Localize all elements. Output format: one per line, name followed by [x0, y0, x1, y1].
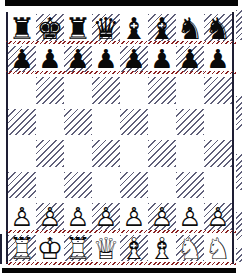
square-b1[interactable] [36, 233, 64, 265]
square-e3[interactable] [120, 170, 148, 202]
square-a8[interactable]: ♜ [8, 12, 36, 44]
square-h6[interactable] [204, 75, 232, 107]
square-f8[interactable]: ♝ [148, 12, 176, 44]
board-frame: ♜♚♜♛♝♝♞♞♟♟♟♟♟♟♟♟ [6, 12, 234, 264]
square-f7[interactable]: ♟ [148, 44, 176, 76]
piece-black-pawn: ♟ [176, 44, 204, 76]
square-d5[interactable] [92, 107, 120, 139]
chess-board: ♜♚♜♛♝♝♞♞♟♟♟♟♟♟♟♟ [8, 12, 232, 264]
square-d7[interactable]: ♟ [92, 44, 120, 76]
square-f6[interactable] [148, 75, 176, 107]
square-c8[interactable]: ♜ [64, 12, 92, 44]
square-g7[interactable]: ♟ [176, 44, 204, 76]
piece-black-queen: ♛ [92, 12, 120, 44]
piece-black-pawn: ♟ [8, 44, 36, 76]
square-f2[interactable] [148, 201, 176, 233]
square-e2[interactable] [120, 201, 148, 233]
bottom-border-bar [2, 268, 236, 273]
square-g6[interactable] [176, 75, 204, 107]
piece-white-pawn [176, 201, 204, 233]
piece-white-knight [176, 233, 204, 265]
piece-black-king: ♚ [36, 12, 64, 44]
square-c2[interactable] [64, 201, 92, 233]
square-b3[interactable] [36, 170, 64, 202]
square-g1[interactable] [176, 233, 204, 265]
square-c7[interactable]: ♟ [64, 44, 92, 76]
square-a3[interactable] [8, 170, 36, 202]
square-d8[interactable]: ♛ [92, 12, 120, 44]
piece-white-pawn [92, 201, 120, 233]
scan-bleed-artifact [236, 10, 242, 40]
square-f1[interactable] [148, 233, 176, 265]
chess-diagram-page: ♜♚♜♛♝♝♞♞♟♟♟♟♟♟♟♟ [0, 0, 242, 276]
square-a5[interactable] [8, 107, 36, 139]
square-h4[interactable] [204, 138, 232, 170]
piece-black-bishop: ♝ [148, 12, 176, 44]
piece-white-pawn [204, 201, 232, 233]
piece-black-pawn: ♟ [204, 44, 232, 76]
scan-bleed-artifact [236, 212, 242, 240]
piece-white-rook [8, 233, 36, 265]
piece-white-rook [64, 233, 92, 265]
piece-white-pawn [148, 201, 176, 233]
scan-bleed-artifact [236, 96, 242, 130]
square-d1[interactable] [92, 233, 120, 265]
square-h3[interactable] [204, 170, 232, 202]
square-e8[interactable]: ♝ [120, 12, 148, 44]
piece-black-rook: ♜ [8, 12, 36, 44]
square-d6[interactable] [92, 75, 120, 107]
square-b7[interactable]: ♟ [36, 44, 64, 76]
square-c4[interactable] [64, 138, 92, 170]
piece-black-bishop: ♝ [120, 12, 148, 44]
piece-black-knight: ♞ [204, 12, 232, 44]
piece-white-pawn [120, 201, 148, 233]
square-h2[interactable] [204, 201, 232, 233]
square-d4[interactable] [92, 138, 120, 170]
scan-bleed-artifact [236, 154, 242, 190]
piece-black-pawn: ♟ [64, 44, 92, 76]
square-e4[interactable] [120, 138, 148, 170]
square-g3[interactable] [176, 170, 204, 202]
square-c1[interactable] [64, 233, 92, 265]
square-g8[interactable]: ♞ [176, 12, 204, 44]
piece-white-knight [204, 233, 232, 265]
square-h5[interactable] [204, 107, 232, 139]
piece-black-pawn: ♟ [92, 44, 120, 76]
square-a6[interactable] [8, 75, 36, 107]
square-f4[interactable] [148, 138, 176, 170]
square-h1[interactable] [204, 233, 232, 265]
piece-black-knight: ♞ [176, 12, 204, 44]
square-c5[interactable] [64, 107, 92, 139]
square-e7[interactable]: ♟ [120, 44, 148, 76]
square-f3[interactable] [148, 170, 176, 202]
square-b6[interactable] [36, 75, 64, 107]
square-h8[interactable]: ♞ [204, 12, 232, 44]
square-b2[interactable] [36, 201, 64, 233]
square-c3[interactable] [64, 170, 92, 202]
square-d3[interactable] [92, 170, 120, 202]
square-a1[interactable] [8, 233, 36, 265]
square-h7[interactable]: ♟ [204, 44, 232, 76]
square-d2[interactable] [92, 201, 120, 233]
square-c6[interactable] [64, 75, 92, 107]
square-g4[interactable] [176, 138, 204, 170]
square-g2[interactable] [176, 201, 204, 233]
piece-black-rook: ♜ [64, 12, 92, 44]
page-edge-artifact [0, 234, 2, 264]
top-border-bar [5, 0, 238, 6]
piece-white-pawn [64, 201, 92, 233]
square-b4[interactable] [36, 138, 64, 170]
square-g5[interactable] [176, 107, 204, 139]
piece-white-queen [92, 233, 120, 265]
square-a4[interactable] [8, 138, 36, 170]
piece-white-pawn [36, 201, 64, 233]
square-b5[interactable] [36, 107, 64, 139]
piece-white-bishop [120, 233, 148, 265]
square-e5[interactable] [120, 107, 148, 139]
square-e6[interactable] [120, 75, 148, 107]
square-a7[interactable]: ♟ [8, 44, 36, 76]
piece-black-pawn: ♟ [148, 44, 176, 76]
piece-white-king [36, 233, 64, 265]
scan-bleed-artifact [236, 248, 242, 262]
square-f5[interactable] [148, 107, 176, 139]
piece-white-bishop [148, 233, 176, 265]
piece-black-pawn: ♟ [36, 44, 64, 76]
square-a2[interactable] [8, 201, 36, 233]
square-b8[interactable]: ♚ [36, 12, 64, 44]
piece-white-pawn [8, 201, 36, 233]
square-e1[interactable] [120, 233, 148, 265]
piece-black-pawn: ♟ [120, 44, 148, 76]
